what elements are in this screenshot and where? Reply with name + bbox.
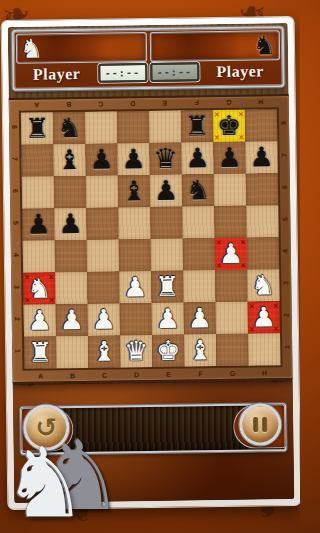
coord-label-H: H <box>245 96 277 107</box>
square-f3[interactable] <box>183 270 215 302</box>
square-d4[interactable] <box>119 239 151 271</box>
square-d3[interactable]: ♟ <box>119 271 151 303</box>
coord-label-E: E <box>149 98 181 109</box>
piece-black-bishop[interactable]: ♝ <box>53 144 85 176</box>
square-e6[interactable]: ♟ <box>150 175 182 207</box>
undo-button[interactable]: ↺ <box>23 404 70 451</box>
white-knight-icon: ♞ <box>20 34 44 62</box>
coord-label-H: H <box>248 367 280 378</box>
square-b5[interactable]: ♟ <box>54 208 86 240</box>
square-e5[interactable] <box>150 207 182 239</box>
square-f5[interactable] <box>182 206 214 238</box>
coord-label-F: F <box>184 368 216 379</box>
piece-black-pawn[interactable]: ♟ <box>22 208 54 240</box>
coord-label-A: A <box>21 99 53 110</box>
chess-app-screen: ❧ ❧ ❧ ❧ ♞ ♞ Player --:-- --:-- Player <box>8 23 295 503</box>
square-b4[interactable] <box>55 240 87 272</box>
black-knight-icon: ♞ <box>252 31 276 59</box>
square-b2[interactable]: ♟ <box>56 304 88 336</box>
coord-label-8: 8 <box>268 118 294 128</box>
chess-board-area: ABCDEFGH 87654321 ♜♞♜✕✕✕✕♚♝♟♟♛♟♟♟♝♟♞♟♟✕✕… <box>8 94 295 384</box>
square-e4[interactable] <box>151 239 183 271</box>
coord-label-G: G <box>213 97 245 108</box>
piece-white-pawn[interactable]: ♟ <box>152 303 184 335</box>
square-d8[interactable] <box>117 111 149 143</box>
coord-label-E: E <box>152 369 184 380</box>
square-c5[interactable] <box>86 207 118 239</box>
piece-black-pawn[interactable]: ♟ <box>54 208 86 240</box>
piece-white-bishop[interactable]: ♝ <box>88 335 120 367</box>
square-d1[interactable]: ♛ <box>120 335 152 367</box>
right-player-panel: ♞ <box>149 30 280 62</box>
piece-white-queen[interactable]: ♛ <box>120 335 152 367</box>
square-d6[interactable]: ♝ <box>118 175 150 207</box>
piece-black-pawn[interactable]: ♟ <box>117 143 149 175</box>
square-h3[interactable]: ♞ <box>247 269 279 301</box>
square-g7[interactable]: ♟ <box>213 142 245 174</box>
left-player-name: Player <box>18 63 95 84</box>
square-a1[interactable]: ♜ <box>24 336 56 368</box>
square-f4[interactable] <box>183 238 215 270</box>
coord-label-C: C <box>85 98 117 109</box>
piece-white-pawn[interactable]: ♟ <box>88 303 120 335</box>
piece-black-pawn[interactable]: ♟ <box>150 175 182 207</box>
right-player-name: Player <box>202 61 279 82</box>
piece-black-knight[interactable]: ♞ <box>53 112 85 144</box>
piece-black-pawn[interactable]: ♟ <box>213 142 245 174</box>
square-f1[interactable]: ♝ <box>184 334 216 366</box>
coord-label-B: B <box>56 370 88 381</box>
pause-icon <box>253 417 267 432</box>
square-d2[interactable] <box>120 303 152 335</box>
piece-white-knight[interactable]: ♞ <box>247 269 279 301</box>
square-e7[interactable]: ♛ <box>149 143 181 175</box>
player-info-bar: ♞ ♞ Player --:-- --:-- Player <box>12 26 285 91</box>
square-f7[interactable]: ♟ <box>181 142 213 174</box>
screenshot-frame: ❧ ❧ ❧ ❧ ♞ ♞ Player --:-- --:-- Player <box>1 16 300 510</box>
square-g6[interactable] <box>214 174 246 206</box>
square-b7[interactable]: ♝ <box>53 144 85 176</box>
square-e8[interactable] <box>149 111 181 143</box>
piece-white-pawn[interactable]: ♟ <box>248 301 280 333</box>
square-f6[interactable]: ♞ <box>182 174 214 206</box>
piece-black-king[interactable]: ♚ <box>213 110 245 142</box>
piece-white-king[interactable]: ♚ <box>152 335 184 367</box>
square-c2[interactable]: ♟ <box>88 303 120 335</box>
piece-white-pawn[interactable]: ♟ <box>215 238 247 270</box>
piece-white-pawn[interactable]: ♟ <box>56 304 88 336</box>
square-c8[interactable] <box>85 111 117 143</box>
square-g1[interactable] <box>216 334 248 366</box>
piece-black-queen[interactable]: ♛ <box>149 143 181 175</box>
square-g5[interactable] <box>214 206 246 238</box>
square-a6[interactable] <box>22 176 54 208</box>
piece-white-bishop[interactable]: ♝ <box>184 334 216 366</box>
square-a4[interactable] <box>23 240 55 272</box>
piece-black-pawn[interactable]: ♟ <box>245 141 277 173</box>
square-b6[interactable] <box>54 176 86 208</box>
coord-label-C: C <box>88 369 120 380</box>
square-h7[interactable]: ♟ <box>245 141 277 173</box>
square-b3[interactable] <box>55 272 87 304</box>
square-a2[interactable]: ♟ <box>24 304 56 336</box>
square-a8[interactable]: ♜ <box>21 112 53 144</box>
square-c1[interactable]: ♝ <box>88 335 120 367</box>
square-b8[interactable]: ♞ <box>53 112 85 144</box>
piece-white-rook[interactable]: ♜ <box>151 271 183 303</box>
square-f2[interactable]: ♟ <box>184 302 216 334</box>
coord-label-5: 5 <box>269 214 294 224</box>
square-g3[interactable] <box>215 270 247 302</box>
left-player-clock: --:-- <box>98 63 147 83</box>
coord-label-A: A <box>24 370 56 381</box>
square-c6[interactable] <box>86 175 118 207</box>
square-a3[interactable]: ✕✕✕✕♞ <box>23 272 55 304</box>
coord-label-D: D <box>117 98 149 109</box>
piece-white-pawn[interactable]: ♟ <box>119 271 151 303</box>
coord-label-1: 1 <box>271 342 294 352</box>
square-c4[interactable] <box>87 239 119 271</box>
square-g4[interactable]: ✕✕✕✕♟ <box>215 238 247 270</box>
square-f8[interactable]: ♜ <box>181 110 213 142</box>
square-e3[interactable]: ♜ <box>151 271 183 303</box>
coord-label-D: D <box>120 369 152 380</box>
square-a7[interactable] <box>21 144 53 176</box>
square-b1[interactable] <box>56 336 88 368</box>
square-e2[interactable]: ♟ <box>152 303 184 335</box>
coord-label-6: 6 <box>269 182 294 192</box>
piece-black-bishop[interactable]: ♝ <box>118 175 150 207</box>
square-g8[interactable]: ✕✕✕✕♚ <box>213 110 245 142</box>
piece-black-rook[interactable]: ♜ <box>181 110 213 142</box>
square-d5[interactable] <box>118 207 150 239</box>
coord-label-B: B <box>53 99 85 110</box>
square-e1[interactable]: ♚ <box>152 335 184 367</box>
left-player-panel: ♞ <box>16 32 147 64</box>
square-g2[interactable] <box>216 302 248 334</box>
coord-label-F: F <box>181 97 213 108</box>
piece-white-knight[interactable]: ♞ <box>23 272 55 304</box>
square-c3[interactable] <box>87 271 119 303</box>
square-c7[interactable]: ♟ <box>85 143 117 175</box>
square-d7[interactable]: ♟ <box>117 143 149 175</box>
piece-white-pawn[interactable]: ♟ <box>24 304 56 336</box>
piece-black-rook[interactable]: ♜ <box>21 112 53 144</box>
chess-board: ♜♞♜✕✕✕✕♚♝♟♟♛♟♟♟♝♟♞♟♟✕✕✕✕♟✕✕✕✕♞♟♜♞♟♟♟♟♟✕✕… <box>19 107 283 371</box>
piece-white-pawn[interactable]: ♟ <box>184 302 216 334</box>
piece-white-rook[interactable]: ♜ <box>24 336 56 368</box>
coord-label-G: G <box>216 368 248 379</box>
square-h2[interactable]: ✕✕✕✕♟ <box>248 301 280 333</box>
control-bar: ↺ <box>20 403 287 455</box>
piece-black-pawn[interactable]: ♟ <box>181 142 213 174</box>
board-frame: ABCDEFGH 87654321 ♜♞♜✕✕✕✕♚♝♟♟♛♟♟♟♝♟♞♟♟✕✕… <box>8 94 295 384</box>
piece-black-knight[interactable]: ♞ <box>182 174 214 206</box>
undo-icon: ↺ <box>26 407 67 448</box>
coord-label-4: 4 <box>270 246 295 256</box>
right-player-clock: --:-- <box>150 62 199 82</box>
piece-black-pawn[interactable]: ♟ <box>85 143 117 175</box>
square-a5[interactable]: ♟ <box>22 208 54 240</box>
